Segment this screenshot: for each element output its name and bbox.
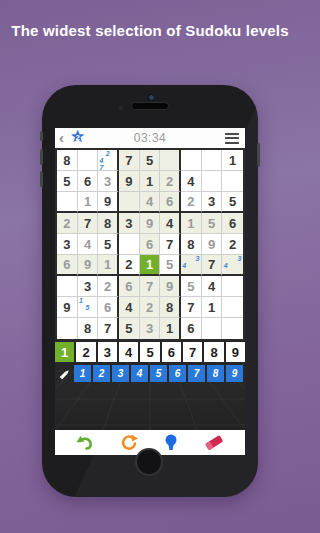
cell-r1c6[interactable] [160, 150, 181, 171]
cell-digit: 8 [63, 154, 70, 167]
cell-r4c5[interactable]: 9 [140, 213, 161, 234]
cell-r1c3[interactable]: 247 [98, 150, 119, 171]
cell-digit: 6 [166, 195, 173, 208]
cell-digit: 1 [229, 154, 236, 167]
cell-r5c7[interactable]: 8 [181, 234, 202, 255]
cell-r7c2[interactable]: 3 [78, 276, 99, 297]
cell-r3c7[interactable]: 2 [181, 192, 202, 213]
cell-r2c6[interactable]: 2 [160, 171, 181, 192]
cell-r8c2[interactable]: 15 [78, 297, 99, 318]
cell-r6c7[interactable]: 34 [181, 255, 202, 276]
cell-r1c2[interactable] [78, 150, 99, 171]
cell-digit: 5 [229, 195, 236, 208]
numpad-digit-9[interactable]: 9 [226, 342, 245, 362]
digit-row: 123456789 [55, 342, 245, 362]
pencil-numpad-digit-2[interactable]: 2 [93, 365, 110, 382]
mute-switch [40, 131, 43, 141]
cell-r9c8[interactable] [202, 318, 223, 339]
cell-r3c3[interactable]: 9 [98, 192, 119, 213]
menu-button[interactable] [225, 133, 239, 147]
hint-button[interactable] [160, 433, 182, 453]
cell-r6c9[interactable]: 34 [222, 255, 243, 276]
cell-r1c8[interactable] [202, 150, 223, 171]
pencil-numpad-digit-4[interactable]: 4 [131, 365, 148, 382]
cell-r5c9[interactable]: 2 [222, 234, 243, 255]
cell-r3c8[interactable]: 3 [202, 192, 223, 213]
phone-frame: ‹ ★ 2 03:34 8247751563912419462352783941… [42, 85, 258, 497]
cell-digit: 3 [208, 195, 215, 208]
cell-digit: 9 [104, 195, 111, 208]
cell-r5c1[interactable]: 3 [57, 234, 78, 255]
banner-title: The widest selection of Sudoku levels [0, 22, 300, 39]
cell-digit: 2 [187, 195, 194, 208]
cell-r4c6[interactable]: 4 [160, 213, 181, 234]
cell-digit: 5 [104, 238, 111, 251]
cell-r6c3[interactable]: 1 [98, 255, 119, 276]
cell-r7c7[interactable]: 5 [181, 276, 202, 297]
cell-digit: 4 [125, 301, 132, 314]
pencil-numpad-digit-3[interactable]: 3 [112, 365, 129, 382]
cell-r2c8[interactable] [202, 171, 223, 192]
cell-r7c6[interactable]: 9 [160, 276, 181, 297]
cell-r5c8[interactable]: 9 [202, 234, 223, 255]
pencil-icon [58, 367, 72, 381]
cell-r1c4[interactable]: 7 [119, 150, 140, 171]
cell-digit: 3 [84, 280, 91, 293]
cell-digit: 1 [84, 195, 91, 208]
cell-r1c7[interactable] [181, 150, 202, 171]
cell-r3c5[interactable]: 4 [140, 192, 161, 213]
cell-r2c7[interactable]: 4 [181, 171, 202, 192]
cell-r1c9[interactable]: 1 [222, 150, 243, 171]
cell-r9c7[interactable]: 6 [181, 318, 202, 339]
cell-r6c8[interactable]: 7 [202, 255, 223, 276]
cell-r8c5[interactable]: 2 [140, 297, 161, 318]
cell-digit: 2 [166, 175, 173, 188]
cell-digit: 6 [187, 322, 194, 335]
app-screen: ‹ ★ 2 03:34 8247751563912419462352783941… [55, 128, 245, 455]
cell-digit: 8 [84, 322, 91, 335]
cell-r3c6[interactable]: 6 [160, 192, 181, 213]
pencil-numpad-digit-8[interactable]: 8 [207, 365, 224, 382]
cell-r9c6[interactable]: 1 [160, 318, 181, 339]
cell-digit: 5 [187, 280, 194, 293]
cell-digit: 6 [229, 217, 236, 230]
cell-r5c4[interactable] [119, 234, 140, 255]
numpad-digit-1[interactable]: 1 [55, 342, 74, 362]
cell-digit: 7 [146, 280, 153, 293]
cell-r6c4[interactable]: 2 [119, 255, 140, 276]
cell-r9c1[interactable] [57, 318, 78, 339]
cell-digit: 4 [208, 280, 215, 293]
cell-digit: 7 [208, 258, 215, 271]
pencil-mode-button[interactable] [55, 365, 74, 382]
cell-r4c1[interactable]: 2 [57, 213, 78, 234]
pencil-marks: 247 [98, 150, 117, 170]
pencil-numpad-digit-7[interactable]: 7 [188, 365, 205, 382]
cell-r8c4[interactable]: 4 [119, 297, 140, 318]
cell-r1c1[interactable]: 8 [57, 150, 78, 171]
cell-digit: 1 [146, 258, 153, 271]
pencil-numpad-digit-1[interactable]: 1 [74, 365, 91, 382]
cell-digit: 7 [166, 238, 173, 251]
pencil-numpad-digit-5[interactable]: 5 [150, 365, 167, 382]
cell-digit: 8 [187, 238, 194, 251]
numpad-area: 123456789 123456789 [55, 341, 245, 430]
cell-digit: 6 [104, 301, 111, 314]
cell-digit: 2 [63, 217, 70, 230]
app-store-screenshot: The widest selection of Sudoku levels ‹ … [0, 0, 300, 533]
erase-button[interactable] [203, 433, 225, 453]
cell-r3c1[interactable] [57, 192, 78, 213]
cell-digit: 2 [146, 301, 153, 314]
front-camera [148, 94, 155, 101]
app-header: ‹ ★ 2 03:34 [55, 128, 245, 148]
cell-r5c2[interactable]: 4 [78, 234, 99, 255]
cell-r4c9[interactable]: 6 [222, 213, 243, 234]
sudoku-board: 8247751563912419462352783941563456789269… [55, 148, 245, 341]
cell-digit: 9 [63, 301, 70, 314]
numpad-digit-7[interactable]: 7 [183, 342, 202, 362]
cell-r6c5[interactable]: 1 [140, 255, 161, 276]
cell-r9c9[interactable] [222, 318, 243, 339]
numpad-digit-3[interactable]: 3 [98, 342, 117, 362]
cell-digit: 7 [104, 322, 111, 335]
cell-digit: 4 [187, 175, 194, 188]
cell-r9c2[interactable]: 8 [78, 318, 99, 339]
redo-button[interactable] [118, 433, 140, 453]
cell-r8c8[interactable]: 1 [202, 297, 223, 318]
cell-r7c3[interactable]: 2 [98, 276, 119, 297]
cell-r3c2[interactable]: 1 [78, 192, 99, 213]
game-timer: 03:34 [55, 128, 245, 148]
cell-digit: 2 [229, 238, 236, 251]
cell-digit: 5 [63, 175, 70, 188]
cell-r8c6[interactable]: 8 [160, 297, 181, 318]
cell-r6c2[interactable]: 9 [78, 255, 99, 276]
cell-digit: 1 [208, 301, 215, 314]
redo-icon [120, 434, 138, 452]
cell-r2c3[interactable]: 3 [98, 171, 119, 192]
cell-digit: 3 [104, 175, 111, 188]
cell-digit: 4 [84, 238, 91, 251]
cell-r4c2[interactable]: 7 [78, 213, 99, 234]
cell-digit: 6 [125, 280, 132, 293]
volume-down-button [40, 171, 43, 187]
pencil-digit-row: 123456789 [55, 365, 245, 382]
cell-r6c1[interactable]: 6 [57, 255, 78, 276]
cell-digit: 3 [63, 238, 70, 251]
numpad-digit-8[interactable]: 8 [204, 342, 223, 362]
cell-r7c9[interactable] [222, 276, 243, 297]
cell-r7c5[interactable]: 7 [140, 276, 161, 297]
pencil-marks: 34 [181, 255, 201, 274]
earpiece-speaker [131, 102, 169, 110]
numpad-digit-6[interactable]: 6 [162, 342, 181, 362]
cell-r8c1[interactable]: 9 [57, 297, 78, 318]
cell-r2c5[interactable]: 1 [140, 171, 161, 192]
cell-digit: 9 [208, 238, 215, 251]
cell-digit: 9 [146, 217, 153, 230]
numpad-digit-2[interactable]: 2 [76, 342, 95, 362]
cell-digit: 6 [84, 175, 91, 188]
cell-r9c4[interactable]: 5 [119, 318, 140, 339]
cell-r8c9[interactable] [222, 297, 243, 318]
pencil-numpad-digit-9[interactable]: 9 [226, 365, 243, 382]
cell-digit: 9 [125, 175, 132, 188]
cell-digit: 9 [166, 280, 173, 293]
cell-digit: 1 [166, 322, 173, 335]
cell-digit: 4 [166, 217, 173, 230]
cell-r2c1[interactable]: 5 [57, 171, 78, 192]
cell-r7c1[interactable] [57, 276, 78, 297]
cell-digit: 5 [146, 154, 153, 167]
cell-digit: 2 [125, 258, 132, 271]
home-button [135, 448, 163, 476]
cell-r9c3[interactable]: 7 [98, 318, 119, 339]
numpad-digit-4[interactable]: 4 [119, 342, 138, 362]
cell-digit: 7 [84, 217, 91, 230]
cell-r7c8[interactable]: 4 [202, 276, 223, 297]
proximity-sensor [119, 106, 123, 110]
undo-icon [76, 435, 96, 451]
eraser-icon [204, 434, 224, 451]
cell-digit: 6 [146, 238, 153, 251]
cell-digit: 5 [208, 217, 215, 230]
cell-digit: 3 [125, 217, 132, 230]
level-number: 2 [76, 133, 80, 142]
pencil-numpad-digit-6[interactable]: 6 [169, 365, 186, 382]
cell-r3c9[interactable]: 5 [222, 192, 243, 213]
cell-digit: 1 [146, 175, 153, 188]
cell-digit: 4 [146, 195, 153, 208]
cell-r6c6[interactable]: 5 [160, 255, 181, 276]
cell-r5c3[interactable]: 5 [98, 234, 119, 255]
cell-r2c9[interactable] [222, 171, 243, 192]
lightbulb-icon [165, 434, 177, 452]
cell-r2c4[interactable]: 9 [119, 171, 140, 192]
power-button [257, 143, 260, 167]
cell-digit: 2 [104, 280, 111, 293]
volume-up-button [40, 149, 43, 165]
cell-r5c6[interactable]: 7 [160, 234, 181, 255]
cell-r4c3[interactable]: 8 [98, 213, 119, 234]
cell-r8c3[interactable]: 6 [98, 297, 119, 318]
cell-digit: 8 [104, 217, 111, 230]
cell-digit: 3 [146, 322, 153, 335]
cell-r7c4[interactable]: 6 [119, 276, 140, 297]
cell-digit: 6 [63, 258, 70, 271]
cell-r4c7[interactable]: 1 [181, 213, 202, 234]
cell-digit: 5 [125, 322, 132, 335]
cell-digit: 5 [166, 258, 173, 271]
cell-r2c2[interactable]: 6 [78, 171, 99, 192]
cell-r8c7[interactable]: 7 [181, 297, 202, 318]
cell-digit: 8 [166, 301, 173, 314]
cell-digit: 1 [187, 217, 194, 230]
pencil-marks: 34 [222, 255, 243, 274]
numpad-digit-5[interactable]: 5 [140, 342, 159, 362]
cell-r5c5[interactable]: 6 [140, 234, 161, 255]
cell-digit: 7 [187, 301, 194, 314]
cell-digit: 7 [125, 154, 132, 167]
cell-r4c8[interactable]: 5 [202, 213, 223, 234]
cell-r9c5[interactable]: 3 [140, 318, 161, 339]
cell-digit: 9 [84, 258, 91, 271]
cell-r1c5[interactable]: 5 [140, 150, 161, 171]
undo-button[interactable] [75, 433, 97, 453]
cell-r4c4[interactable]: 3 [119, 213, 140, 234]
pencil-marks: 15 [78, 297, 98, 317]
cell-r3c4[interactable] [119, 192, 140, 213]
cell-digit: 1 [104, 258, 111, 271]
